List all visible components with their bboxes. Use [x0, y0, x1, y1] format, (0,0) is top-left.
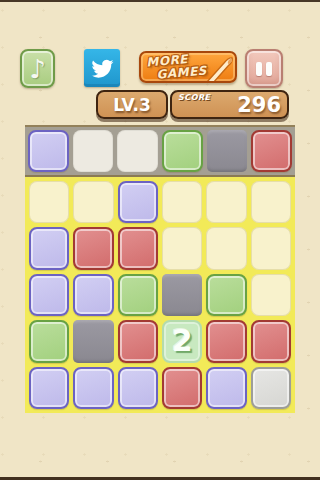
brush-icon: [202, 54, 236, 83]
cell-r0c2-empty: [117, 130, 158, 172]
more-games-line2: GAMES: [156, 64, 207, 81]
cell-r3c5-empty[interactable]: [251, 274, 291, 316]
cell-r4c5-red[interactable]: [251, 320, 291, 362]
pause-button[interactable]: [245, 49, 283, 88]
incoming-row-strip: [25, 125, 295, 177]
cell-r0c3-green: [162, 130, 203, 172]
cell-r1c3-empty[interactable]: [162, 181, 202, 223]
cell-r0c0-purple: [28, 130, 69, 172]
cell-r2c1-red[interactable]: [73, 227, 113, 269]
cell-r4c1-gray-stone[interactable]: [73, 320, 113, 362]
cell-r2c5-empty[interactable]: [251, 227, 291, 269]
score-label: SCORE: [178, 93, 211, 102]
cell-r4c4-red[interactable]: [206, 320, 246, 362]
cell-r1c5-empty[interactable]: [251, 181, 291, 223]
cell-r3c4-green[interactable]: [206, 274, 246, 316]
cell-r5c0-purple[interactable]: [29, 367, 69, 409]
level-label: LV.3: [113, 95, 151, 115]
cell-r0c5-red: [251, 130, 292, 172]
music-note-icon: ♪: [29, 56, 46, 82]
cell-r2c2-red[interactable]: [118, 227, 158, 269]
cell-r2c0-purple[interactable]: [29, 227, 69, 269]
cell-r5c2-purple[interactable]: [118, 367, 158, 409]
cell-r1c0-empty[interactable]: [29, 181, 69, 223]
score-panel: SCORE 296: [170, 90, 289, 119]
cell-r5c4-purple[interactable]: [206, 367, 246, 409]
cell-r5c3-red[interactable]: [162, 367, 202, 409]
cell-r5c1-purple[interactable]: [73, 367, 113, 409]
twitter-button[interactable]: [84, 49, 120, 87]
score-value: 296: [237, 93, 281, 117]
cell-r3c0-purple[interactable]: [29, 274, 69, 316]
cell-r0c1-empty: [73, 130, 114, 172]
level-badge: LV.3: [96, 90, 168, 119]
cell-r1c4-empty[interactable]: [206, 181, 246, 223]
cell-r3c1-purple[interactable]: [73, 274, 113, 316]
more-games-button[interactable]: MORE GAMES: [139, 51, 237, 83]
cell-r3c2-green[interactable]: [118, 274, 158, 316]
cell-r2c3-empty[interactable]: [162, 227, 202, 269]
twitter-bird-icon: [89, 57, 116, 79]
puzzle-board: 2: [25, 177, 295, 413]
cell-r1c2-purple[interactable]: [118, 181, 158, 223]
cell-r3c3-gray-stone[interactable]: [162, 274, 202, 316]
tile-number: 2: [172, 326, 193, 356]
cell-r4c2-red[interactable]: [118, 320, 158, 362]
cell-r2c4-empty[interactable]: [206, 227, 246, 269]
pause-icon: [256, 62, 262, 76]
top-border-line: [0, 0, 320, 2]
cell-r5c5-white[interactable]: [251, 367, 291, 409]
sound-button[interactable]: ♪: [20, 49, 55, 88]
more-games-label: MORE GAMES: [146, 51, 207, 82]
cell-r0c4-gray-stone: [207, 130, 248, 172]
cell-r1c1-empty[interactable]: [73, 181, 113, 223]
pause-icon: [266, 62, 272, 76]
game-screen: ♪ MORE GAMES LV.3 SCORE 296 2: [0, 0, 320, 480]
cell-r4c3-numbered-green[interactable]: 2: [162, 320, 202, 362]
cell-r4c0-green[interactable]: [29, 320, 69, 362]
